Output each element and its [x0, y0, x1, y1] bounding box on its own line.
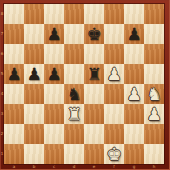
file-label-f: f	[104, 164, 124, 170]
square-e2[interactable]	[84, 124, 104, 144]
square-c8[interactable]	[44, 4, 64, 24]
square-c2[interactable]	[44, 124, 64, 144]
square-e8[interactable]	[84, 4, 104, 24]
square-d5[interactable]	[64, 64, 84, 84]
square-c5[interactable]: ♟	[44, 64, 64, 84]
file-label-h: h	[144, 164, 164, 170]
file-label-g: g	[124, 164, 144, 170]
square-e3[interactable]	[84, 104, 104, 124]
square-a8[interactable]	[4, 4, 24, 24]
piece-white-pawn-g4[interactable]: ♟	[124, 84, 144, 104]
square-b6[interactable]	[24, 44, 44, 64]
square-e6[interactable]	[84, 44, 104, 64]
square-g5[interactable]	[124, 64, 144, 84]
square-e1[interactable]	[84, 144, 104, 164]
rank-label-5: 5	[0, 64, 4, 84]
square-d3[interactable]: ♜	[64, 104, 84, 124]
piece-black-pawn-b5[interactable]: ♟	[24, 64, 44, 84]
square-f7[interactable]	[104, 24, 124, 44]
square-g4[interactable]: ♟	[124, 84, 144, 104]
square-b8[interactable]	[24, 4, 44, 24]
square-h1[interactable]	[144, 144, 164, 164]
square-c4[interactable]	[44, 84, 64, 104]
square-g8[interactable]	[124, 4, 144, 24]
square-a2[interactable]	[4, 124, 24, 144]
square-h8[interactable]	[144, 4, 164, 24]
square-a6[interactable]	[4, 44, 24, 64]
file-label-a: a	[4, 164, 24, 170]
square-g3[interactable]	[124, 104, 144, 124]
square-b3[interactable]	[24, 104, 44, 124]
square-b2[interactable]	[24, 124, 44, 144]
square-f5[interactable]: ♟	[104, 64, 124, 84]
square-e7[interactable]: ♚	[84, 24, 104, 44]
square-c7[interactable]: ♟	[44, 24, 64, 44]
rank-label-7: 7	[0, 24, 4, 44]
square-c3[interactable]	[44, 104, 64, 124]
square-c1[interactable]	[44, 144, 64, 164]
square-h3[interactable]: ♟	[144, 104, 164, 124]
square-a1[interactable]	[4, 144, 24, 164]
rank-label-4: 4	[0, 84, 4, 104]
piece-white-pawn-f5[interactable]: ♟	[104, 64, 124, 84]
square-d8[interactable]	[64, 4, 84, 24]
rank-label-2: 2	[0, 124, 4, 144]
piece-black-pawn-g7[interactable]: ♟	[124, 24, 144, 44]
square-b5[interactable]: ♟	[24, 64, 44, 84]
square-h7[interactable]	[144, 24, 164, 44]
rank-label-3: 3	[0, 104, 4, 124]
square-d7[interactable]	[64, 24, 84, 44]
file-label-b: b	[24, 164, 44, 170]
piece-black-knight-d4[interactable]: ♞	[64, 84, 84, 104]
piece-black-king-e7[interactable]: ♚	[84, 24, 104, 44]
rank-label-6: 6	[0, 44, 4, 64]
square-f3[interactable]	[104, 104, 124, 124]
square-e5[interactable]: ♜	[84, 64, 104, 84]
piece-white-knight-h4[interactable]: ♞	[144, 84, 164, 104]
square-f8[interactable]	[104, 4, 124, 24]
square-g1[interactable]	[124, 144, 144, 164]
rank-label-1: 1	[0, 144, 4, 164]
chess-board-frame: ♟♚♟♟♟♟♜♟♞♟♞♜♟♚ 87654321abcdefgh	[0, 0, 170, 170]
square-g2[interactable]	[124, 124, 144, 144]
square-h5[interactable]	[144, 64, 164, 84]
file-label-e: e	[84, 164, 104, 170]
piece-black-pawn-a5[interactable]: ♟	[4, 64, 24, 84]
piece-black-pawn-c7[interactable]: ♟	[44, 24, 64, 44]
piece-white-rook-d3[interactable]: ♜	[64, 104, 84, 124]
piece-black-rook-e5[interactable]: ♜	[84, 64, 104, 84]
square-h2[interactable]	[144, 124, 164, 144]
file-label-c: c	[44, 164, 64, 170]
square-d6[interactable]	[64, 44, 84, 64]
square-h4[interactable]: ♞	[144, 84, 164, 104]
square-f2[interactable]	[104, 124, 124, 144]
square-a4[interactable]	[4, 84, 24, 104]
chess-board: ♟♚♟♟♟♟♜♟♞♟♞♜♟♚	[4, 4, 164, 164]
rank-label-8: 8	[0, 4, 4, 24]
square-c6[interactable]	[44, 44, 64, 64]
square-e4[interactable]	[84, 84, 104, 104]
square-a3[interactable]	[4, 104, 24, 124]
square-d2[interactable]	[64, 124, 84, 144]
square-a5[interactable]: ♟	[4, 64, 24, 84]
square-h6[interactable]	[144, 44, 164, 64]
square-b1[interactable]	[24, 144, 44, 164]
piece-black-pawn-c5[interactable]: ♟	[44, 64, 64, 84]
file-label-d: d	[64, 164, 84, 170]
piece-white-king-f1[interactable]: ♚	[104, 144, 124, 164]
square-g6[interactable]	[124, 44, 144, 64]
square-f6[interactable]	[104, 44, 124, 64]
square-f4[interactable]	[104, 84, 124, 104]
square-a7[interactable]	[4, 24, 24, 44]
square-b7[interactable]	[24, 24, 44, 44]
square-b4[interactable]	[24, 84, 44, 104]
square-d4[interactable]: ♞	[64, 84, 84, 104]
square-g7[interactable]: ♟	[124, 24, 144, 44]
piece-white-pawn-h3[interactable]: ♟	[144, 104, 164, 124]
square-f1[interactable]: ♚	[104, 144, 124, 164]
square-d1[interactable]	[64, 144, 84, 164]
